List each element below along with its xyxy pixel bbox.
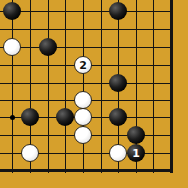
go-board: 21 [0,0,188,188]
grid-line-horizontal [0,11,173,12]
white-stone [74,108,92,126]
black-stone [56,108,74,126]
white-stone [109,144,127,162]
move-number-label: 1 [132,147,140,158]
grid-line-horizontal [0,47,173,48]
black-stone-move-1: 1 [127,144,145,162]
black-stone [21,108,39,126]
board-edge-right [170,0,173,173]
grid-line-horizontal [0,29,173,30]
move-number-label: 2 [79,59,87,70]
black-stone [3,2,21,20]
grid-line-vertical [101,0,102,173]
grid-line-vertical [83,0,84,173]
black-stone [39,38,57,56]
board-edge-bottom [0,169,173,172]
grid-line-vertical [12,0,13,173]
white-stone [74,91,92,109]
black-stone [109,108,127,126]
grid-line-vertical [65,0,66,173]
white-stone [74,126,92,144]
black-stone [127,126,145,144]
grid-line-vertical [153,0,154,173]
black-stone [109,2,127,20]
black-stone [109,74,127,92]
grid-line-vertical [48,0,49,173]
grid-line-horizontal [0,83,173,84]
white-stone [21,144,39,162]
white-stone [3,38,21,56]
white-stone-move-2: 2 [74,56,92,74]
star-point [10,115,15,120]
